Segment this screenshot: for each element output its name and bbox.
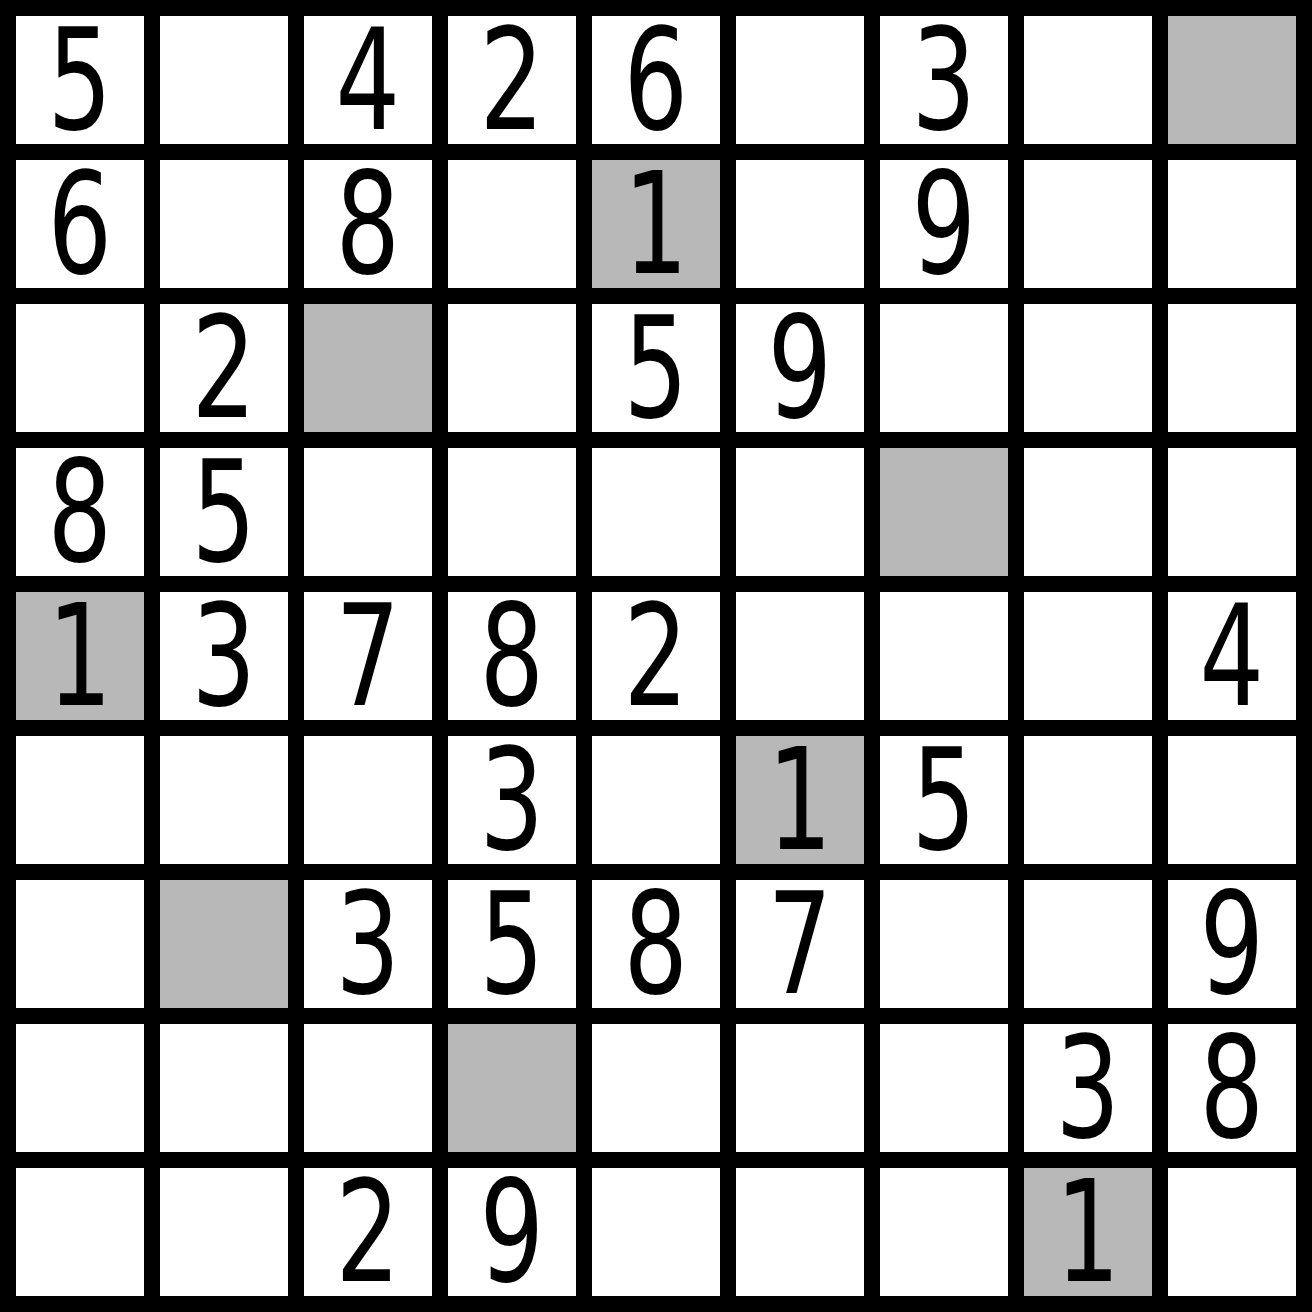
digit-r1c7: 3 [912,16,977,144]
cell-r3c9[interactable] [1168,304,1296,432]
cell-r9c9[interactable] [1168,1168,1296,1296]
cell-r4c4[interactable] [448,448,576,576]
cell-r9c1[interactable] [16,1168,144,1296]
cell-r9c2[interactable] [160,1168,288,1296]
cell-r4c6[interactable] [736,448,864,576]
digit-r7c5: 8 [624,880,689,1008]
cell-r2c4[interactable] [448,160,576,288]
cell-r8c5[interactable] [592,1024,720,1152]
cell-r2c5[interactable]: 1 [592,160,720,288]
cell-r9c6[interactable] [736,1168,864,1296]
cell-r7c7[interactable] [880,880,1008,1008]
cell-r7c3[interactable]: 3 [304,880,432,1008]
digit-r6c7: 5 [912,736,977,864]
cell-r6c8[interactable] [1024,736,1152,864]
cell-r7c6[interactable]: 7 [736,880,864,1008]
digit-r5c3: 7 [336,592,401,720]
cell-r4c5[interactable] [592,448,720,576]
cell-r2c6[interactable] [736,160,864,288]
cell-r6c7[interactable]: 5 [880,736,1008,864]
digit-r1c5: 6 [624,16,689,144]
cell-r8c7[interactable] [880,1024,1008,1152]
cell-r7c2[interactable] [160,880,288,1008]
cell-r4c3[interactable] [304,448,432,576]
cell-r8c1[interactable] [16,1024,144,1152]
cell-r2c8[interactable] [1024,160,1152,288]
cell-r4c7[interactable] [880,448,1008,576]
cell-r2c9[interactable] [1168,160,1296,288]
digit-r3c2: 2 [192,304,257,432]
digit-r4c1: 8 [48,448,113,576]
cell-r2c7[interactable]: 9 [880,160,1008,288]
cell-r5c2[interactable]: 3 [160,592,288,720]
digit-r5c5: 2 [624,592,689,720]
cell-r8c4[interactable] [448,1024,576,1152]
cell-r5c3[interactable]: 7 [304,592,432,720]
cell-r1c9[interactable] [1168,16,1296,144]
cell-r4c2[interactable]: 5 [160,448,288,576]
cell-r6c1[interactable] [16,736,144,864]
sudoku-board: 542636819259851378243153587938291 [0,0,1312,1312]
cell-r5c9[interactable]: 4 [1168,592,1296,720]
cell-r7c8[interactable] [1024,880,1152,1008]
digit-r5c9: 4 [1200,592,1265,720]
cell-r3c8[interactable] [1024,304,1152,432]
cell-r2c2[interactable] [160,160,288,288]
digit-r7c4: 5 [480,880,545,1008]
digit-r2c7: 9 [912,160,977,288]
cell-r1c5[interactable]: 6 [592,16,720,144]
digit-r1c1: 5 [48,16,113,144]
cell-r3c3[interactable] [304,304,432,432]
digit-r1c4: 2 [480,16,545,144]
cell-r1c1[interactable]: 5 [16,16,144,144]
cell-r9c4[interactable]: 9 [448,1168,576,1296]
cell-r5c1[interactable]: 1 [16,592,144,720]
cell-r6c6[interactable]: 1 [736,736,864,864]
digit-r7c6: 7 [768,880,833,1008]
cell-r5c7[interactable] [880,592,1008,720]
cell-r1c3[interactable]: 4 [304,16,432,144]
digit-r2c5: 1 [624,160,689,288]
digit-r3c6: 9 [768,304,833,432]
cell-r2c3[interactable]: 8 [304,160,432,288]
cell-r6c4[interactable]: 3 [448,736,576,864]
digit-r3c5: 5 [624,304,689,432]
cell-r3c2[interactable]: 2 [160,304,288,432]
cell-r3c1[interactable] [16,304,144,432]
cell-r5c4[interactable]: 8 [448,592,576,720]
digit-r9c3: 2 [336,1168,401,1296]
digit-r8c8: 3 [1056,1024,1121,1152]
cell-r6c5[interactable] [592,736,720,864]
cell-r7c5[interactable]: 8 [592,880,720,1008]
cell-r7c4[interactable]: 5 [448,880,576,1008]
cell-r9c7[interactable] [880,1168,1008,1296]
digit-r7c3: 3 [336,880,401,1008]
digit-r6c4: 3 [480,736,545,864]
cell-r6c9[interactable] [1168,736,1296,864]
cell-r3c7[interactable] [880,304,1008,432]
cell-r3c4[interactable] [448,304,576,432]
cell-r6c2[interactable] [160,736,288,864]
cell-r6c3[interactable] [304,736,432,864]
cell-r2c1[interactable]: 6 [16,160,144,288]
cell-r9c5[interactable] [592,1168,720,1296]
cell-r5c5[interactable]: 2 [592,592,720,720]
cell-r9c8[interactable]: 1 [1024,1168,1152,1296]
cell-r9c3[interactable]: 2 [304,1168,432,1296]
cell-r1c6[interactable] [736,16,864,144]
digit-r5c1: 1 [48,592,113,720]
digit-r7c9: 9 [1200,880,1265,1008]
digit-r6c6: 1 [768,736,833,864]
cell-r1c4[interactable]: 2 [448,16,576,144]
cell-r8c3[interactable] [304,1024,432,1152]
digit-r2c3: 8 [336,160,401,288]
cell-r1c8[interactable] [1024,16,1152,144]
digit-r8c9: 8 [1200,1024,1265,1152]
digit-r1c3: 4 [336,16,401,144]
cell-r5c6[interactable] [736,592,864,720]
digit-r2c1: 6 [48,160,113,288]
cell-r1c7[interactable]: 3 [880,16,1008,144]
cell-r8c2[interactable] [160,1024,288,1152]
cell-r4c9[interactable] [1168,448,1296,576]
digit-r5c2: 3 [192,592,257,720]
cell-r7c9[interactable]: 9 [1168,880,1296,1008]
cell-r4c8[interactable] [1024,448,1152,576]
digit-r5c4: 8 [480,592,545,720]
cell-r8c9[interactable]: 8 [1168,1024,1296,1152]
cell-r4c1[interactable]: 8 [16,448,144,576]
cell-r3c5[interactable]: 5 [592,304,720,432]
digit-r4c2: 5 [192,448,257,576]
cell-r8c6[interactable] [736,1024,864,1152]
digit-r9c4: 9 [480,1168,545,1296]
cell-r3c6[interactable]: 9 [736,304,864,432]
cell-r5c8[interactable] [1024,592,1152,720]
cell-r8c8[interactable]: 3 [1024,1024,1152,1152]
cell-r7c1[interactable] [16,880,144,1008]
digit-r9c8: 1 [1056,1168,1121,1296]
cell-r1c2[interactable] [160,16,288,144]
